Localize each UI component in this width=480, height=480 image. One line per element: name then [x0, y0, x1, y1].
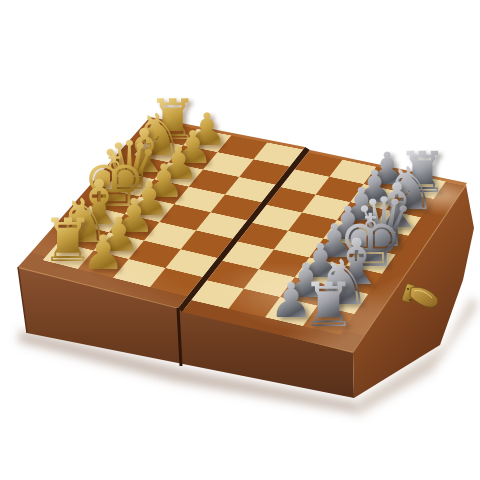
piece-white-pawn-e2: ♟: [109, 176, 189, 222]
piece-black-pawn-d7: ♟: [308, 200, 388, 246]
piece-white-knight-g1: ♞: [44, 191, 124, 252]
piece-white-king-e1: ♚: [74, 146, 154, 218]
piece-white-pawn-b2: ♟: [153, 125, 233, 170]
piece-black-pawn-h7: ♟: [251, 276, 331, 324]
piece-black-queen-d8: ♛: [344, 189, 424, 257]
piece-black-knight-g8: ♞: [303, 252, 383, 314]
piece-black-pawn-e7: ♟: [294, 218, 374, 265]
piece-white-bishop-c1: ♝: [104, 121, 184, 182]
piece-white-rook-a1: ♜: [133, 92, 213, 148]
piece-black-pawn-f7: ♟: [280, 237, 360, 284]
piece-black-king-e8: ♚: [331, 204, 411, 277]
piece-white-knight-b1: ♞: [118, 106, 198, 164]
piece-white-pawn-f2: ♟: [94, 193, 174, 240]
piece-white-rook-h1: ♜: [28, 211, 108, 270]
piece-black-knight-b8: ♞: [370, 160, 450, 219]
piece-black-bishop-c8: ♝: [357, 176, 437, 238]
chess-set-photo: ♜♞♝♛♚♝♞♜♟♟♟♟♟♟♟♟♟♟♟♟♟♟♟♟♜♞♝♛♚♝♞♜: [0, 0, 480, 480]
piece-black-pawn-g7: ♟: [266, 257, 346, 305]
piece-black-pawn-b7: ♟: [334, 165, 414, 210]
pieces-layer: ♜♞♝♛♚♝♞♜♟♟♟♟♟♟♟♟♟♟♟♟♟♟♟♟♜♞♝♛♚♝♞♜: [0, 0, 480, 480]
piece-white-queen-d1: ♛: [89, 133, 169, 200]
piece-black-pawn-a7: ♟: [347, 147, 427, 191]
piece-white-pawn-g2: ♟: [79, 211, 159, 258]
piece-black-bishop-f8: ♝: [317, 231, 397, 295]
piece-black-rook-a8: ♜: [382, 145, 462, 201]
piece-white-pawn-h2: ♟: [63, 229, 143, 277]
piece-white-pawn-d2: ♟: [124, 158, 204, 204]
piece-black-rook-h8: ♜: [289, 274, 369, 335]
piece-white-bishop-f1: ♝: [59, 172, 139, 234]
piece-white-pawn-a2: ♟: [167, 108, 247, 153]
piece-black-pawn-c7: ♟: [321, 182, 401, 227]
piece-white-pawn-c2: ♟: [138, 141, 218, 187]
